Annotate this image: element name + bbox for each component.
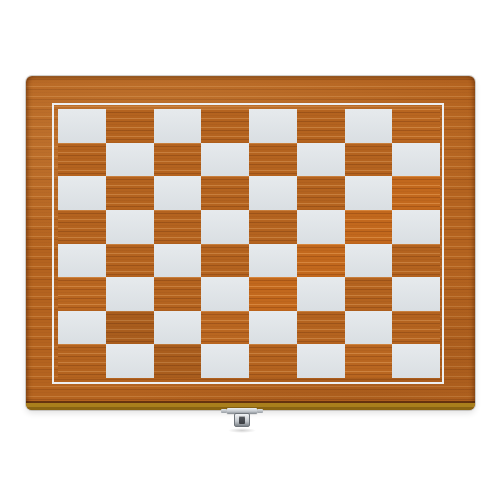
square-h6 xyxy=(392,176,440,210)
square-c4 xyxy=(154,244,202,278)
clasp-shadow xyxy=(228,428,256,433)
square-d4 xyxy=(201,244,249,278)
square-d5 xyxy=(201,210,249,244)
square-f3 xyxy=(297,277,345,311)
square-f1 xyxy=(297,344,345,378)
square-c3 xyxy=(154,277,202,311)
square-g8 xyxy=(345,109,393,143)
square-h5 xyxy=(392,210,440,244)
square-g7 xyxy=(345,143,393,177)
square-c2 xyxy=(154,311,202,345)
square-f4 xyxy=(297,244,345,278)
square-b8 xyxy=(106,109,154,143)
clasp-latch-body xyxy=(234,413,250,427)
square-e2 xyxy=(249,311,297,345)
square-b6 xyxy=(106,176,154,210)
square-a8 xyxy=(58,109,106,143)
square-f6 xyxy=(297,176,345,210)
square-a1 xyxy=(58,344,106,378)
square-d2 xyxy=(201,311,249,345)
square-b4 xyxy=(106,244,154,278)
square-a7 xyxy=(58,143,106,177)
square-c6 xyxy=(154,176,202,210)
square-d7 xyxy=(201,143,249,177)
square-c5 xyxy=(154,210,202,244)
square-g4 xyxy=(345,244,393,278)
square-f8 xyxy=(297,109,345,143)
square-e3 xyxy=(249,277,297,311)
square-c8 xyxy=(154,109,202,143)
square-f5 xyxy=(297,210,345,244)
square-a6 xyxy=(58,176,106,210)
square-d3 xyxy=(201,277,249,311)
square-h1 xyxy=(392,344,440,378)
square-a3 xyxy=(58,277,106,311)
square-e7 xyxy=(249,143,297,177)
square-e4 xyxy=(249,244,297,278)
clasp-keyhole-slot xyxy=(239,416,245,424)
product-photo xyxy=(0,0,500,500)
square-e1 xyxy=(249,344,297,378)
square-f7 xyxy=(297,143,345,177)
square-a2 xyxy=(58,311,106,345)
square-d1 xyxy=(201,344,249,378)
square-h2 xyxy=(392,311,440,345)
square-e6 xyxy=(249,176,297,210)
square-h3 xyxy=(392,277,440,311)
square-c1 xyxy=(154,344,202,378)
square-d8 xyxy=(201,109,249,143)
square-g2 xyxy=(345,311,393,345)
square-e8 xyxy=(249,109,297,143)
chess-board xyxy=(58,109,440,378)
square-e5 xyxy=(249,210,297,244)
square-h8 xyxy=(392,109,440,143)
square-f2 xyxy=(297,311,345,345)
square-g6 xyxy=(345,176,393,210)
square-g1 xyxy=(345,344,393,378)
metal-clasp xyxy=(222,407,262,433)
square-b5 xyxy=(106,210,154,244)
square-g5 xyxy=(345,210,393,244)
square-a5 xyxy=(58,210,106,244)
square-a4 xyxy=(58,244,106,278)
square-b2 xyxy=(106,311,154,345)
square-h7 xyxy=(392,143,440,177)
square-b1 xyxy=(106,344,154,378)
square-g3 xyxy=(345,277,393,311)
square-c7 xyxy=(154,143,202,177)
square-b3 xyxy=(106,277,154,311)
square-b7 xyxy=(106,143,154,177)
square-d6 xyxy=(201,176,249,210)
square-h4 xyxy=(392,244,440,278)
